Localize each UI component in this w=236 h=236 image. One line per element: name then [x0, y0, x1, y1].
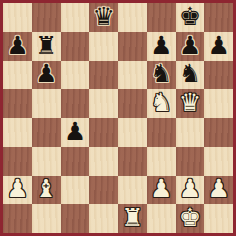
square-d2[interactable] — [89, 176, 118, 205]
black-rook-b7[interactable]: ♜ — [35, 33, 57, 58]
white-rook-e1[interactable]: ♜ — [121, 205, 143, 230]
square-f2[interactable]: ♟ — [147, 176, 176, 205]
square-g7[interactable]: ♟ — [176, 32, 205, 61]
square-h4[interactable] — [204, 118, 233, 147]
chess-board: ♛♚♟♜♟♟♟♟♞♞♞♛♟♟♝♟♟♟♜♚ — [3, 3, 233, 233]
square-c3[interactable] — [61, 147, 90, 176]
black-pawn-g7[interactable]: ♟ — [179, 33, 201, 58]
square-e8[interactable] — [118, 3, 147, 32]
square-f4[interactable] — [147, 118, 176, 147]
square-c1[interactable] — [61, 204, 90, 233]
square-d3[interactable] — [89, 147, 118, 176]
square-g8[interactable]: ♚ — [176, 3, 205, 32]
black-queen-d8[interactable]: ♛ — [92, 4, 114, 29]
black-pawn-b6[interactable]: ♟ — [35, 61, 57, 86]
square-h2[interactable]: ♟ — [204, 176, 233, 205]
square-a3[interactable] — [3, 147, 32, 176]
square-h3[interactable] — [204, 147, 233, 176]
square-d1[interactable] — [89, 204, 118, 233]
square-g1[interactable]: ♚ — [176, 204, 205, 233]
black-knight-f6[interactable]: ♞ — [150, 61, 172, 86]
square-a7[interactable]: ♟ — [3, 32, 32, 61]
board-frame: ♛♚♟♜♟♟♟♟♞♞♞♛♟♟♝♟♟♟♜♚ — [0, 0, 236, 236]
square-b6[interactable]: ♟ — [32, 61, 61, 90]
square-g3[interactable] — [176, 147, 205, 176]
square-a2[interactable]: ♟ — [3, 176, 32, 205]
square-c4[interactable]: ♟ — [61, 118, 90, 147]
square-e6[interactable] — [118, 61, 147, 90]
square-d8[interactable]: ♛ — [89, 3, 118, 32]
square-f7[interactable]: ♟ — [147, 32, 176, 61]
square-g5[interactable]: ♛ — [176, 89, 205, 118]
black-pawn-c4[interactable]: ♟ — [64, 119, 86, 144]
black-knight-g6[interactable]: ♞ — [179, 61, 201, 86]
square-b3[interactable] — [32, 147, 61, 176]
black-pawn-h7[interactable]: ♟ — [207, 33, 229, 58]
square-c8[interactable] — [61, 3, 90, 32]
square-e3[interactable] — [118, 147, 147, 176]
white-pawn-f2[interactable]: ♟ — [150, 176, 172, 201]
square-f8[interactable] — [147, 3, 176, 32]
black-pawn-a7[interactable]: ♟ — [6, 33, 28, 58]
square-e5[interactable] — [118, 89, 147, 118]
square-g4[interactable] — [176, 118, 205, 147]
square-b4[interactable] — [32, 118, 61, 147]
white-pawn-a2[interactable]: ♟ — [6, 176, 28, 201]
square-a1[interactable] — [3, 204, 32, 233]
square-b8[interactable] — [32, 3, 61, 32]
white-king-g1[interactable]: ♚ — [179, 205, 201, 230]
square-h6[interactable] — [204, 61, 233, 90]
square-c6[interactable] — [61, 61, 90, 90]
square-f5[interactable]: ♞ — [147, 89, 176, 118]
square-a4[interactable] — [3, 118, 32, 147]
square-f1[interactable] — [147, 204, 176, 233]
square-b1[interactable] — [32, 204, 61, 233]
white-bishop-b2[interactable]: ♝ — [35, 176, 57, 201]
square-f6[interactable]: ♞ — [147, 61, 176, 90]
square-b2[interactable]: ♝ — [32, 176, 61, 205]
square-d6[interactable] — [89, 61, 118, 90]
square-d5[interactable] — [89, 89, 118, 118]
square-a5[interactable] — [3, 89, 32, 118]
white-knight-f5[interactable]: ♞ — [150, 90, 172, 115]
square-c5[interactable] — [61, 89, 90, 118]
square-h1[interactable] — [204, 204, 233, 233]
white-pawn-h2[interactable]: ♟ — [207, 176, 229, 201]
white-queen-g5[interactable]: ♛ — [179, 90, 201, 115]
square-a6[interactable] — [3, 61, 32, 90]
square-h5[interactable] — [204, 89, 233, 118]
square-h7[interactable]: ♟ — [204, 32, 233, 61]
square-h8[interactable] — [204, 3, 233, 32]
square-g2[interactable]: ♟ — [176, 176, 205, 205]
square-g6[interactable]: ♞ — [176, 61, 205, 90]
chessboard-screenshot: ♛♚♟♜♟♟♟♟♞♞♞♛♟♟♝♟♟♟♜♚ — [0, 0, 236, 236]
square-b7[interactable]: ♜ — [32, 32, 61, 61]
square-f3[interactable] — [147, 147, 176, 176]
square-c2[interactable] — [61, 176, 90, 205]
square-e2[interactable] — [118, 176, 147, 205]
square-e7[interactable] — [118, 32, 147, 61]
square-d7[interactable] — [89, 32, 118, 61]
square-d4[interactable] — [89, 118, 118, 147]
square-b5[interactable] — [32, 89, 61, 118]
square-c7[interactable] — [61, 32, 90, 61]
black-king-g8[interactable]: ♚ — [179, 4, 201, 29]
black-pawn-f7[interactable]: ♟ — [150, 33, 172, 58]
square-e4[interactable] — [118, 118, 147, 147]
square-e1[interactable]: ♜ — [118, 204, 147, 233]
square-a8[interactable] — [3, 3, 32, 32]
white-pawn-g2[interactable]: ♟ — [179, 176, 201, 201]
